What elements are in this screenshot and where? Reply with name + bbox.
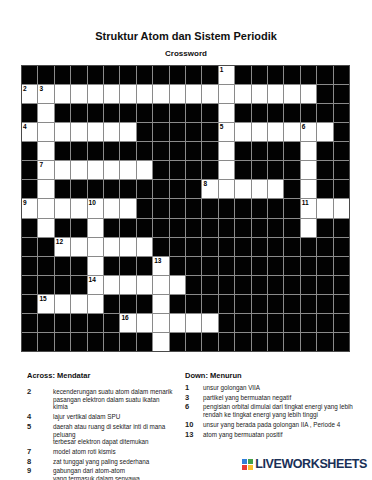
down-clue: 1unsur golongan VIIA (185, 384, 369, 392)
crossword-cell[interactable] (38, 180, 53, 198)
crossword-cell[interactable]: 10 (88, 199, 103, 217)
blocked-cell (202, 276, 217, 294)
crossword-cell[interactable] (301, 142, 316, 160)
blocked-cell (186, 238, 201, 256)
crossword-cell[interactable] (104, 238, 119, 256)
blocked-cell (334, 257, 349, 275)
blocked-cell (317, 257, 332, 275)
liveworksheets-icon (242, 459, 253, 470)
crossword-cell[interactable] (88, 161, 103, 179)
crossword-cell[interactable]: 11 (301, 199, 316, 217)
worksheet-title: Struktur Atom dan Sistem Periodik (0, 30, 372, 42)
clue-number: 6 (302, 123, 306, 130)
blocked-cell (38, 276, 53, 294)
blocked-cell (235, 199, 250, 217)
crossword-grid[interactable]: 12345678910111213141516 (21, 65, 350, 352)
crossword-cell[interactable] (153, 276, 168, 294)
blocked-cell (170, 142, 185, 160)
across-header: Across: Mendatar (27, 371, 187, 380)
crossword-cell[interactable] (284, 85, 299, 103)
blocked-cell (88, 66, 103, 84)
blocked-cell (252, 276, 267, 294)
blocked-cell (301, 257, 316, 275)
crossword-cell[interactable] (55, 85, 70, 103)
crossword-cell[interactable] (186, 314, 201, 332)
crossword-cell[interactable] (120, 161, 135, 179)
blocked-cell (104, 295, 119, 313)
blocked-cell (104, 314, 119, 332)
blocked-cell (153, 238, 168, 256)
blocked-cell (202, 142, 217, 160)
blocked-cell (252, 219, 267, 237)
clue-list-number: 13 (185, 431, 203, 439)
blocked-cell (284, 219, 299, 237)
crossword-cell[interactable] (284, 123, 299, 141)
clue-number: 12 (56, 238, 63, 245)
blocked-cell (71, 142, 86, 160)
across-clue: 5daerah atau ruang di sekitar inti di ma… (27, 423, 187, 446)
clue-list-number: 10 (185, 421, 203, 429)
liveworksheets-logo[interactable]: LIVEWORKSHEETS (242, 456, 367, 472)
blocked-cell (334, 123, 349, 141)
blocked-cell (104, 257, 119, 275)
liveworksheets-logo-text: LIVEWORKSHEETS (255, 457, 367, 471)
blocked-cell (334, 66, 349, 84)
crossword-cell[interactable] (104, 85, 119, 103)
blocked-cell (137, 142, 152, 160)
blocked-cell (252, 257, 267, 275)
crossword-cell[interactable] (55, 123, 70, 141)
crossword-cell[interactable] (120, 123, 135, 141)
blocked-cell (284, 180, 299, 198)
clue-number: 10 (89, 199, 96, 206)
crossword-cell[interactable] (71, 123, 86, 141)
crossword-cell[interactable] (153, 85, 168, 103)
crossword-cell[interactable] (71, 199, 86, 217)
clue-text: gabungan dari atom-atom yang termasuk da… (53, 467, 173, 480)
crossword-cell[interactable] (153, 295, 168, 313)
blocked-cell (186, 219, 201, 237)
crossword-cell[interactable] (252, 123, 267, 141)
blocked-cell (55, 333, 70, 351)
blocked-cell (55, 219, 70, 237)
crossword-cell[interactable] (38, 219, 53, 237)
clue-text: atom yang bermuatan positif (203, 431, 369, 439)
blocked-cell (170, 219, 185, 237)
crossword-cell[interactable] (88, 123, 103, 141)
clue-list-number: 4 (27, 413, 53, 421)
blocked-cell (252, 238, 267, 256)
blocked-cell (268, 66, 283, 84)
crossword-cell[interactable] (71, 295, 86, 313)
crossword-cell[interactable] (104, 123, 119, 141)
clue-text: zat tunggal yang paling sederhana (53, 458, 173, 466)
clue-number: 15 (39, 295, 46, 302)
blocked-cell (284, 314, 299, 332)
blocked-cell (301, 333, 316, 351)
crossword-cell[interactable] (268, 123, 283, 141)
blocked-cell (55, 276, 70, 294)
down-clue: 10unsur yang berada pada golongan IIA , … (185, 421, 369, 429)
blocked-cell (252, 161, 267, 179)
clue-text: lajur vertikal dalam SPU (53, 413, 173, 421)
blocked-cell (334, 161, 349, 179)
blocked-cell (284, 161, 299, 179)
blocked-cell (137, 123, 152, 141)
blocked-cell (153, 180, 168, 198)
clue-text: partikel yang bermuatan negatif (203, 394, 369, 402)
blocked-cell (268, 104, 283, 122)
crossword-cell[interactable] (137, 238, 152, 256)
blocked-cell (235, 104, 250, 122)
crossword-cell[interactable]: 15 (38, 295, 53, 313)
blocked-cell (120, 333, 135, 351)
blocked-cell (235, 257, 250, 275)
crossword-cell[interactable] (219, 85, 234, 103)
blocked-cell (235, 333, 250, 351)
crossword-cell[interactable] (170, 85, 185, 103)
blocked-cell (71, 276, 86, 294)
blocked-cell (317, 161, 332, 179)
crossword-cell[interactable] (38, 104, 53, 122)
crossword-cell[interactable]: 4 (22, 123, 37, 141)
blocked-cell (334, 314, 349, 332)
clue-text: unsur golongan VIIA (203, 384, 369, 392)
down-clue: 6pengisian orbital dimulai dari tingkat … (185, 403, 369, 418)
crossword-cell[interactable] (301, 219, 316, 237)
blocked-cell (317, 238, 332, 256)
clue-number: 13 (154, 257, 161, 264)
blocked-cell (284, 104, 299, 122)
across-clue: 2kecenderungan suatu atom dalam menarik … (27, 388, 187, 411)
blocked-cell (104, 219, 119, 237)
crossword-cell[interactable] (170, 314, 185, 332)
blocked-cell (55, 314, 70, 332)
crossword-cell[interactable] (153, 333, 168, 351)
blocked-cell (153, 66, 168, 84)
crossword-cell[interactable]: 5 (219, 123, 234, 141)
blocked-cell (186, 295, 201, 313)
clue-number: 14 (89, 276, 96, 283)
blocked-cell (268, 333, 283, 351)
crossword-cell[interactable] (55, 199, 70, 217)
blocked-cell (170, 333, 185, 351)
clue-number: 9 (23, 199, 27, 206)
blocked-cell (55, 142, 70, 160)
crossword-cell[interactable] (219, 142, 234, 160)
crossword-cell[interactable] (71, 238, 86, 256)
crossword-cell[interactable] (88, 257, 103, 275)
crossword-cell[interactable]: 1 (219, 66, 234, 84)
blocked-cell (186, 66, 201, 84)
crossword-cell[interactable] (137, 314, 152, 332)
crossword-cell[interactable] (104, 199, 119, 217)
blocked-cell (252, 199, 267, 217)
blocked-cell (186, 104, 201, 122)
blocked-cell (268, 219, 283, 237)
blocked-cell (235, 142, 250, 160)
blocked-cell (301, 314, 316, 332)
clue-number: 1 (220, 66, 224, 73)
crossword-cell[interactable] (268, 85, 283, 103)
blocked-cell (55, 104, 70, 122)
crossword-cell[interactable]: 3 (38, 85, 53, 103)
crossword-cell[interactable] (219, 180, 234, 198)
blocked-cell (235, 66, 250, 84)
blocked-cell (71, 219, 86, 237)
blocked-cell (284, 199, 299, 217)
crossword-cell[interactable] (104, 161, 119, 179)
blocked-cell (317, 333, 332, 351)
blocked-cell (153, 123, 168, 141)
blocked-cell (334, 85, 349, 103)
blocked-cell (235, 314, 250, 332)
blocked-cell (284, 295, 299, 313)
blocked-cell (153, 142, 168, 160)
blocked-cell (268, 161, 283, 179)
blocked-cell (317, 85, 332, 103)
blocked-cell (22, 295, 37, 313)
crossword-cell[interactable] (219, 104, 234, 122)
clue-text: pengisian orbital dimulai dari tingkat e… (203, 403, 369, 418)
blocked-cell (104, 142, 119, 160)
crossword-cell[interactable] (252, 85, 267, 103)
crossword-cell[interactable] (120, 238, 135, 256)
blocked-cell (334, 295, 349, 313)
crossword-cell[interactable] (268, 180, 283, 198)
crossword-cell[interactable] (55, 295, 70, 313)
blocked-cell (22, 142, 37, 160)
crossword-cell[interactable] (38, 199, 53, 217)
crossword-cell[interactable] (219, 161, 234, 179)
blocked-cell (219, 333, 234, 351)
down-header: Down: Menurun (185, 371, 369, 380)
blocked-cell (55, 66, 70, 84)
blocked-cell (170, 66, 185, 84)
blocked-cell (268, 276, 283, 294)
blocked-cell (104, 180, 119, 198)
crossword-cell[interactable]: 2 (22, 85, 37, 103)
crossword-cell[interactable] (38, 123, 53, 141)
crossword-cell[interactable] (55, 161, 70, 179)
blocked-cell (235, 219, 250, 237)
clue-list-number: 2 (27, 388, 53, 411)
crossword-cell[interactable] (120, 199, 135, 217)
blocked-cell (268, 142, 283, 160)
blocked-cell (202, 161, 217, 179)
blocked-cell (137, 295, 152, 313)
blocked-cell (186, 180, 201, 198)
crossword-cell[interactable] (71, 161, 86, 179)
blocked-cell (334, 333, 349, 351)
crossword-cell[interactable] (235, 180, 250, 198)
blocked-cell (38, 66, 53, 84)
blocked-cell (235, 238, 250, 256)
across-clue: 9gabungan dari atom-atom yang termasuk d… (27, 467, 187, 480)
blocked-cell (153, 161, 168, 179)
blocked-cell (71, 66, 86, 84)
blocked-cell (219, 276, 234, 294)
crossword-cell[interactable] (317, 123, 332, 141)
blocked-cell (301, 104, 316, 122)
crossword-cell[interactable] (88, 238, 103, 256)
blocked-cell (22, 104, 37, 122)
crossword-cell[interactable] (235, 85, 250, 103)
crossword-cell[interactable] (301, 180, 316, 198)
blocked-cell (334, 238, 349, 256)
blocked-cell (235, 276, 250, 294)
blocked-cell (317, 314, 332, 332)
crossword-cell[interactable] (170, 276, 185, 294)
blocked-cell (71, 314, 86, 332)
blocked-cell (252, 333, 267, 351)
down-clues: Down: Menurun 1unsur golongan VIIA3parti… (185, 371, 369, 440)
blocked-cell (137, 257, 152, 275)
blocked-cell (202, 257, 217, 275)
blocked-cell (22, 276, 37, 294)
blocked-cell (252, 295, 267, 313)
crossword-cell[interactable] (153, 314, 168, 332)
blocked-cell (219, 219, 234, 237)
blocked-cell (120, 104, 135, 122)
crossword-cell[interactable] (334, 199, 349, 217)
crossword-cell[interactable] (202, 85, 217, 103)
clue-list-number: 6 (185, 403, 203, 418)
clue-text: daerah atau ruang di sekitar inti di man… (53, 423, 173, 446)
blocked-cell (334, 276, 349, 294)
clue-text: unsur yang berada pada golongan IIA , Pe… (203, 421, 369, 429)
blocked-cell (252, 104, 267, 122)
blocked-cell (334, 104, 349, 122)
blocked-cell (71, 333, 86, 351)
blocked-cell (120, 66, 135, 84)
blocked-cell (268, 257, 283, 275)
blocked-cell (202, 104, 217, 122)
blocked-cell (317, 276, 332, 294)
blocked-cell (235, 161, 250, 179)
blocked-cell (104, 104, 119, 122)
blocked-cell (202, 219, 217, 237)
blocked-cell (55, 257, 70, 275)
crossword-cell[interactable] (301, 161, 316, 179)
crossword-cell[interactable] (104, 276, 119, 294)
blocked-cell (120, 257, 135, 275)
blocked-cell (137, 104, 152, 122)
crossword-cell[interactable] (120, 85, 135, 103)
crossword-cell[interactable]: 6 (301, 123, 316, 141)
blocked-cell (137, 219, 152, 237)
crossword-cell[interactable]: 8 (202, 180, 217, 198)
crossword-cell[interactable]: 13 (153, 257, 168, 275)
crossword-cell[interactable] (235, 123, 250, 141)
blocked-cell (120, 219, 135, 237)
crossword-cell[interactable] (301, 85, 316, 103)
blocked-cell (284, 142, 299, 160)
blocked-cell (186, 123, 201, 141)
blocked-cell (252, 66, 267, 84)
crossword-cell[interactable]: 16 (120, 314, 135, 332)
blocked-cell (71, 257, 86, 275)
clue-text: kecenderungan suatu atom dalam menarik p… (53, 388, 173, 411)
blocked-cell (104, 66, 119, 84)
blocked-cell (301, 276, 316, 294)
clue-list-number: 3 (185, 394, 203, 402)
down-clue: 13atom yang bermuatan positif (185, 431, 369, 439)
crossword-cell[interactable]: 7 (38, 161, 53, 179)
blocked-cell (317, 142, 332, 160)
clue-number: 8 (203, 180, 207, 187)
blocked-cell (268, 295, 283, 313)
clue-number: 4 (23, 123, 27, 130)
crossword-cell[interactable]: 9 (22, 199, 37, 217)
blocked-cell (137, 199, 152, 217)
blocked-cell (120, 295, 135, 313)
crossword-cell[interactable] (137, 161, 152, 179)
blocked-cell (284, 66, 299, 84)
blocked-cell (22, 333, 37, 351)
crossword-cell[interactable] (186, 85, 201, 103)
blocked-cell (170, 180, 185, 198)
crossword-cell[interactable] (120, 276, 135, 294)
crossword-cell[interactable] (38, 142, 53, 160)
blocked-cell (170, 257, 185, 275)
crossword-cell[interactable] (137, 276, 152, 294)
down-clue: 3partikel yang bermuatan negatif (185, 394, 369, 402)
blocked-cell (120, 180, 135, 198)
blocked-cell (317, 104, 332, 122)
blocked-cell (170, 238, 185, 256)
blocked-cell (268, 238, 283, 256)
crossword-cell[interactable] (88, 295, 103, 313)
crossword-cell[interactable]: 14 (88, 276, 103, 294)
clue-list-number: 8 (27, 458, 53, 466)
crossword-cell[interactable] (252, 180, 267, 198)
clue-number: 11 (302, 199, 309, 206)
worksheet-page: { "page": { "title": "Struktur Atom dan … (0, 0, 372, 480)
blocked-cell (22, 314, 37, 332)
blocked-cell (284, 333, 299, 351)
blocked-cell (219, 314, 234, 332)
blocked-cell (284, 276, 299, 294)
crossword-cell[interactable]: 12 (55, 238, 70, 256)
crossword-cell[interactable] (71, 85, 86, 103)
clue-number: 16 (121, 314, 128, 321)
across-clue: 7model atom roti kismis (27, 448, 187, 456)
blocked-cell (88, 333, 103, 351)
blocked-cell (88, 180, 103, 198)
blocked-cell (137, 66, 152, 84)
blocked-cell (284, 238, 299, 256)
blocked-cell (186, 276, 201, 294)
blocked-cell (71, 104, 86, 122)
blocked-cell (334, 142, 349, 160)
clue-number: 2 (23, 85, 27, 92)
blocked-cell (268, 199, 283, 217)
blocked-cell (219, 295, 234, 313)
crossword-cell[interactable] (317, 199, 332, 217)
blocked-cell (186, 142, 201, 160)
blocked-cell (219, 199, 234, 217)
clue-list-number: 7 (27, 448, 53, 456)
crossword-cell[interactable] (137, 85, 152, 103)
crossword-cell[interactable] (88, 85, 103, 103)
crossword-cell[interactable] (88, 219, 103, 237)
blocked-cell (202, 66, 217, 84)
blocked-cell (170, 104, 185, 122)
blocked-cell (301, 238, 316, 256)
blocked-cell (22, 257, 37, 275)
crossword-cell[interactable] (202, 314, 217, 332)
